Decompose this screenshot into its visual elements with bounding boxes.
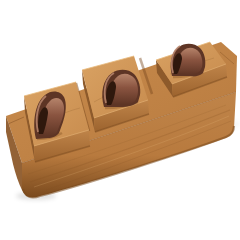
product-photo: Wooden tray with three leather-handled l…: [0, 0, 240, 240]
product-photo-svg: Wooden tray with three leather-handled l…: [0, 0, 240, 240]
handle-right: [171, 44, 206, 77]
